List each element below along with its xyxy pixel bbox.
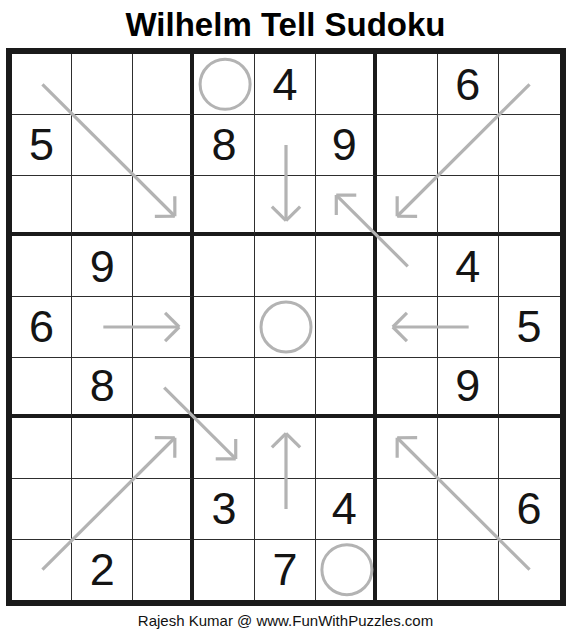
empty-cell-r2c2[interactable] bbox=[72, 115, 133, 176]
empty-cell-r7c8[interactable] bbox=[438, 418, 499, 479]
empty-cell-r6c1[interactable] bbox=[12, 358, 73, 419]
given-cell-r8c4: 3 bbox=[194, 479, 255, 540]
empty-cell-r2c3[interactable] bbox=[133, 115, 194, 176]
empty-cell-r1c6[interactable] bbox=[316, 54, 377, 115]
empty-cell-r9c8[interactable] bbox=[438, 540, 499, 601]
empty-cell-r5c7[interactable] bbox=[377, 297, 438, 358]
empty-cell-r2c9[interactable] bbox=[499, 115, 560, 176]
given-cell-r2c4: 8 bbox=[194, 115, 255, 176]
empty-cell-r2c5[interactable] bbox=[255, 115, 316, 176]
given-cell-r9c2: 2 bbox=[72, 540, 133, 601]
empty-cell-r7c3[interactable] bbox=[133, 418, 194, 479]
empty-cell-r9c7[interactable] bbox=[377, 540, 438, 601]
empty-cell-r3c9[interactable] bbox=[499, 176, 560, 237]
given-cell-r8c9: 6 bbox=[499, 479, 560, 540]
given-cell-r8c6: 4 bbox=[316, 479, 377, 540]
empty-cell-r1c2[interactable] bbox=[72, 54, 133, 115]
empty-cell-r6c3[interactable] bbox=[133, 358, 194, 419]
empty-cell-r1c1[interactable] bbox=[12, 54, 73, 115]
empty-cell-r3c2[interactable] bbox=[72, 176, 133, 237]
empty-cell-r3c8[interactable] bbox=[438, 176, 499, 237]
empty-cell-r5c6[interactable] bbox=[316, 297, 377, 358]
empty-cell-r4c4[interactable] bbox=[194, 236, 255, 297]
given-cell-r2c1: 5 bbox=[12, 115, 73, 176]
empty-cell-r9c6[interactable] bbox=[316, 540, 377, 601]
empty-cell-r2c7[interactable] bbox=[377, 115, 438, 176]
empty-cell-r5c2[interactable] bbox=[72, 297, 133, 358]
empty-cell-r3c6[interactable] bbox=[316, 176, 377, 237]
empty-cell-r1c3[interactable] bbox=[133, 54, 194, 115]
empty-cell-r5c3[interactable] bbox=[133, 297, 194, 358]
sudoku-board: 4658994658934627 bbox=[6, 48, 566, 606]
empty-cell-r3c3[interactable] bbox=[133, 176, 194, 237]
given-cell-r4c2: 9 bbox=[72, 236, 133, 297]
given-cell-r2c6: 9 bbox=[316, 115, 377, 176]
given-cell-r9c5: 7 bbox=[255, 540, 316, 601]
empty-cell-r5c5[interactable] bbox=[255, 297, 316, 358]
empty-cell-r4c7[interactable] bbox=[377, 236, 438, 297]
empty-cell-r3c1[interactable] bbox=[12, 176, 73, 237]
empty-cell-r6c7[interactable] bbox=[377, 358, 438, 419]
empty-cell-r6c6[interactable] bbox=[316, 358, 377, 419]
empty-cell-r9c1[interactable] bbox=[12, 540, 73, 601]
empty-cell-r8c3[interactable] bbox=[133, 479, 194, 540]
empty-cell-r4c6[interactable] bbox=[316, 236, 377, 297]
empty-cell-r4c5[interactable] bbox=[255, 236, 316, 297]
sudoku-grid: 4658994658934627 bbox=[12, 54, 560, 600]
empty-cell-r6c5[interactable] bbox=[255, 358, 316, 419]
empty-cell-r7c2[interactable] bbox=[72, 418, 133, 479]
empty-cell-r1c7[interactable] bbox=[377, 54, 438, 115]
empty-cell-r6c9[interactable] bbox=[499, 358, 560, 419]
empty-cell-r7c4[interactable] bbox=[194, 418, 255, 479]
empty-cell-r4c3[interactable] bbox=[133, 236, 194, 297]
empty-cell-r4c9[interactable] bbox=[499, 236, 560, 297]
empty-cell-r3c7[interactable] bbox=[377, 176, 438, 237]
empty-cell-r2c8[interactable] bbox=[438, 115, 499, 176]
empty-cell-r9c3[interactable] bbox=[133, 540, 194, 601]
given-cell-r6c8: 9 bbox=[438, 358, 499, 419]
empty-cell-r8c2[interactable] bbox=[72, 479, 133, 540]
empty-cell-r3c5[interactable] bbox=[255, 176, 316, 237]
credit-text: Rajesh Kumar @ www.FunWithPuzzles.com bbox=[0, 612, 571, 629]
empty-cell-r9c9[interactable] bbox=[499, 540, 560, 601]
empty-cell-r4c1[interactable] bbox=[12, 236, 73, 297]
empty-cell-r8c7[interactable] bbox=[377, 479, 438, 540]
given-cell-r5c1: 6 bbox=[12, 297, 73, 358]
empty-cell-r7c5[interactable] bbox=[255, 418, 316, 479]
given-cell-r4c8: 4 bbox=[438, 236, 499, 297]
empty-cell-r8c8[interactable] bbox=[438, 479, 499, 540]
given-cell-r6c2: 8 bbox=[72, 358, 133, 419]
given-cell-r1c8: 6 bbox=[438, 54, 499, 115]
empty-cell-r9c4[interactable] bbox=[194, 540, 255, 601]
empty-cell-r3c4[interactable] bbox=[194, 176, 255, 237]
empty-cell-r7c1[interactable] bbox=[12, 418, 73, 479]
empty-cell-r6c4[interactable] bbox=[194, 358, 255, 419]
empty-cell-r8c5[interactable] bbox=[255, 479, 316, 540]
empty-cell-r5c4[interactable] bbox=[194, 297, 255, 358]
empty-cell-r7c9[interactable] bbox=[499, 418, 560, 479]
given-cell-r1c5: 4 bbox=[255, 54, 316, 115]
given-cell-r5c9: 5 bbox=[499, 297, 560, 358]
empty-cell-r7c6[interactable] bbox=[316, 418, 377, 479]
empty-cell-r1c4[interactable] bbox=[194, 54, 255, 115]
empty-cell-r1c9[interactable] bbox=[499, 54, 560, 115]
empty-cell-r8c1[interactable] bbox=[12, 479, 73, 540]
empty-cell-r7c7[interactable] bbox=[377, 418, 438, 479]
empty-cell-r5c8[interactable] bbox=[438, 297, 499, 358]
page-title: Wilhelm Tell Sudoku bbox=[0, 0, 571, 45]
